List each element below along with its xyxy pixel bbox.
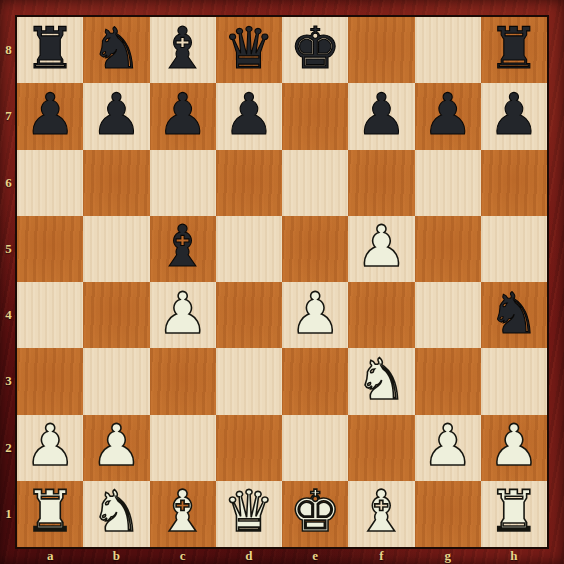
piece-black-p[interactable]: ♟ xyxy=(25,86,76,143)
rank-label-2: 2 xyxy=(0,415,17,481)
file-label-h: h xyxy=(481,547,547,564)
square-g2[interactable]: ♟ xyxy=(415,415,481,481)
square-h7[interactable]: ♟ xyxy=(481,83,547,149)
square-g4[interactable] xyxy=(415,282,481,348)
file-label-e: e xyxy=(282,547,348,564)
square-d2[interactable] xyxy=(216,415,282,481)
square-g6[interactable] xyxy=(415,150,481,216)
rank-label-1: 1 xyxy=(0,481,17,547)
square-a8[interactable]: ♜ xyxy=(17,17,83,83)
rank-label-3: 3 xyxy=(0,348,17,414)
square-e6[interactable] xyxy=(282,150,348,216)
piece-black-b[interactable]: ♝ xyxy=(157,20,208,77)
square-g1[interactable] xyxy=(415,481,481,547)
square-f8[interactable] xyxy=(348,17,414,83)
square-g7[interactable]: ♟ xyxy=(415,83,481,149)
file-label-f: f xyxy=(348,547,414,564)
square-f4[interactable] xyxy=(348,282,414,348)
piece-black-k[interactable]: ♚ xyxy=(290,20,341,77)
square-b2[interactable]: ♟ xyxy=(83,415,149,481)
square-b1[interactable]: ♞ xyxy=(83,481,149,547)
piece-black-p[interactable]: ♟ xyxy=(91,86,142,143)
square-b4[interactable] xyxy=(83,282,149,348)
square-b8[interactable]: ♞ xyxy=(83,17,149,83)
square-e1[interactable]: ♚ xyxy=(282,481,348,547)
square-c7[interactable]: ♟ xyxy=(150,83,216,149)
square-e5[interactable] xyxy=(282,216,348,282)
square-h3[interactable] xyxy=(481,348,547,414)
file-label-b: b xyxy=(83,547,149,564)
piece-white-p[interactable]: ♟ xyxy=(91,417,142,474)
chessboard-frame: ♜♞♝♛♚♜♟♟♟♟♟♟♟♝♟♟♟♞♞♟♟♟♟♜♞♝♛♚♝♜ 87654321 … xyxy=(0,0,564,564)
square-a6[interactable] xyxy=(17,150,83,216)
piece-black-r[interactable]: ♜ xyxy=(488,20,539,77)
square-b3[interactable] xyxy=(83,348,149,414)
rank-label-4: 4 xyxy=(0,282,17,348)
piece-black-p[interactable]: ♟ xyxy=(422,86,473,143)
square-c1[interactable]: ♝ xyxy=(150,481,216,547)
square-e4[interactable]: ♟ xyxy=(282,282,348,348)
rank-label-8: 8 xyxy=(0,17,17,83)
square-e8[interactable]: ♚ xyxy=(282,17,348,83)
file-label-a: a xyxy=(17,547,83,564)
square-d7[interactable]: ♟ xyxy=(216,83,282,149)
square-d1[interactable]: ♛ xyxy=(216,481,282,547)
piece-black-r[interactable]: ♜ xyxy=(25,20,76,77)
square-g8[interactable] xyxy=(415,17,481,83)
square-b5[interactable] xyxy=(83,216,149,282)
square-c5[interactable]: ♝ xyxy=(150,216,216,282)
square-a4[interactable] xyxy=(17,282,83,348)
piece-black-n[interactable]: ♞ xyxy=(91,20,142,77)
square-a3[interactable] xyxy=(17,348,83,414)
square-c6[interactable] xyxy=(150,150,216,216)
square-f1[interactable]: ♝ xyxy=(348,481,414,547)
piece-black-p[interactable]: ♟ xyxy=(488,86,539,143)
piece-black-n[interactable]: ♞ xyxy=(488,285,539,342)
square-h6[interactable] xyxy=(481,150,547,216)
piece-black-p[interactable]: ♟ xyxy=(356,86,407,143)
square-a1[interactable]: ♜ xyxy=(17,481,83,547)
square-c3[interactable] xyxy=(150,348,216,414)
piece-white-b[interactable]: ♝ xyxy=(157,483,208,540)
piece-white-k[interactable]: ♚ xyxy=(290,483,341,540)
square-b6[interactable] xyxy=(83,150,149,216)
square-c4[interactable]: ♟ xyxy=(150,282,216,348)
piece-black-q[interactable]: ♛ xyxy=(223,20,274,77)
piece-white-r[interactable]: ♜ xyxy=(25,483,76,540)
piece-white-n[interactable]: ♞ xyxy=(356,351,407,408)
square-e2[interactable] xyxy=(282,415,348,481)
square-d4[interactable] xyxy=(216,282,282,348)
chessboard: ♜♞♝♛♚♜♟♟♟♟♟♟♟♝♟♟♟♞♞♟♟♟♟♜♞♝♛♚♝♜ xyxy=(17,17,547,547)
file-label-g: g xyxy=(415,547,481,564)
square-c8[interactable]: ♝ xyxy=(150,17,216,83)
piece-black-b[interactable]: ♝ xyxy=(157,218,208,275)
square-g5[interactable] xyxy=(415,216,481,282)
piece-white-p[interactable]: ♟ xyxy=(25,417,76,474)
square-f7[interactable]: ♟ xyxy=(348,83,414,149)
square-h1[interactable]: ♜ xyxy=(481,481,547,547)
square-d8[interactable]: ♛ xyxy=(216,17,282,83)
piece-white-q[interactable]: ♛ xyxy=(223,483,274,540)
piece-white-n[interactable]: ♞ xyxy=(91,483,142,540)
square-d3[interactable] xyxy=(216,348,282,414)
rank-labels: 87654321 xyxy=(0,17,17,547)
rank-label-7: 7 xyxy=(0,83,17,149)
rank-label-6: 6 xyxy=(0,150,17,216)
square-f5[interactable]: ♟ xyxy=(348,216,414,282)
square-c2[interactable] xyxy=(150,415,216,481)
square-f6[interactable] xyxy=(348,150,414,216)
file-labels: abcdefgh xyxy=(17,547,547,564)
square-e7[interactable] xyxy=(282,83,348,149)
piece-white-b[interactable]: ♝ xyxy=(356,483,407,540)
rank-label-5: 5 xyxy=(0,216,17,282)
piece-white-p[interactable]: ♟ xyxy=(422,417,473,474)
square-e3[interactable] xyxy=(282,348,348,414)
square-a2[interactable]: ♟ xyxy=(17,415,83,481)
piece-white-p[interactable]: ♟ xyxy=(157,285,208,342)
piece-white-r[interactable]: ♜ xyxy=(488,483,539,540)
piece-white-p[interactable]: ♟ xyxy=(356,218,407,275)
square-b7[interactable]: ♟ xyxy=(83,83,149,149)
piece-black-p[interactable]: ♟ xyxy=(223,86,274,143)
square-a7[interactable]: ♟ xyxy=(17,83,83,149)
square-h2[interactable]: ♟ xyxy=(481,415,547,481)
square-h4[interactable]: ♞ xyxy=(481,282,547,348)
file-label-c: c xyxy=(150,547,216,564)
piece-black-p[interactable]: ♟ xyxy=(157,86,208,143)
file-label-d: d xyxy=(216,547,282,564)
piece-white-p[interactable]: ♟ xyxy=(488,417,539,474)
square-h5[interactable] xyxy=(481,216,547,282)
piece-white-p[interactable]: ♟ xyxy=(290,285,341,342)
square-a5[interactable] xyxy=(17,216,83,282)
square-f3[interactable]: ♞ xyxy=(348,348,414,414)
square-g3[interactable] xyxy=(415,348,481,414)
square-h8[interactable]: ♜ xyxy=(481,17,547,83)
square-f2[interactable] xyxy=(348,415,414,481)
square-d5[interactable] xyxy=(216,216,282,282)
square-d6[interactable] xyxy=(216,150,282,216)
